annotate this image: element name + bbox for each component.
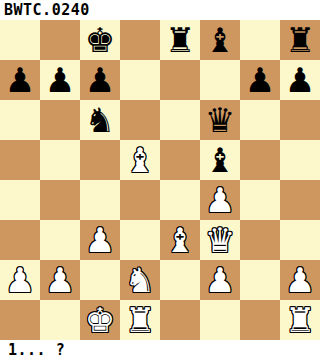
piece-black-rook[interactable]: ♜ bbox=[165, 20, 195, 60]
square-f7[interactable] bbox=[200, 60, 240, 100]
square-e6[interactable] bbox=[160, 100, 200, 140]
square-g6[interactable] bbox=[240, 100, 280, 140]
square-h7[interactable]: ♟ bbox=[280, 60, 320, 100]
square-d2[interactable]: ♞ bbox=[120, 260, 160, 300]
piece-black-pawn[interactable]: ♟ bbox=[85, 60, 115, 100]
square-e1[interactable] bbox=[160, 300, 200, 340]
piece-black-pawn[interactable]: ♟ bbox=[285, 60, 315, 100]
square-c4[interactable] bbox=[80, 180, 120, 220]
square-g1[interactable] bbox=[240, 300, 280, 340]
square-d1[interactable]: ♜ bbox=[120, 300, 160, 340]
square-e2[interactable] bbox=[160, 260, 200, 300]
square-e8[interactable]: ♜ bbox=[160, 20, 200, 60]
piece-white-pawn[interactable]: ♟ bbox=[205, 260, 235, 300]
square-g4[interactable] bbox=[240, 180, 280, 220]
square-h5[interactable] bbox=[280, 140, 320, 180]
square-c8[interactable]: ♚ bbox=[80, 20, 120, 60]
piece-black-king[interactable]: ♚ bbox=[85, 20, 115, 60]
square-g8[interactable] bbox=[240, 20, 280, 60]
square-a1[interactable] bbox=[0, 300, 40, 340]
square-h3[interactable] bbox=[280, 220, 320, 260]
square-a7[interactable]: ♟ bbox=[0, 60, 40, 100]
square-a4[interactable] bbox=[0, 180, 40, 220]
square-f4[interactable]: ♟ bbox=[200, 180, 240, 220]
square-d5[interactable]: ♝ bbox=[120, 140, 160, 180]
square-a3[interactable] bbox=[0, 220, 40, 260]
piece-black-pawn[interactable]: ♟ bbox=[45, 60, 75, 100]
square-f5[interactable]: ♝ bbox=[200, 140, 240, 180]
piece-black-queen[interactable]: ♛ bbox=[205, 100, 235, 140]
piece-black-knight[interactable]: ♞ bbox=[85, 100, 115, 140]
square-e7[interactable] bbox=[160, 60, 200, 100]
piece-white-pawn[interactable]: ♟ bbox=[45, 260, 75, 300]
piece-black-pawn[interactable]: ♟ bbox=[5, 60, 35, 100]
piece-white-pawn[interactable]: ♟ bbox=[5, 260, 35, 300]
square-h6[interactable] bbox=[280, 100, 320, 140]
square-h1[interactable]: ♜ bbox=[280, 300, 320, 340]
square-a8[interactable] bbox=[0, 20, 40, 60]
square-a5[interactable] bbox=[0, 140, 40, 180]
piece-white-rook[interactable]: ♜ bbox=[285, 300, 315, 340]
position-id: BWTC.0240 bbox=[0, 1, 90, 19]
square-c1[interactable]: ♚ bbox=[80, 300, 120, 340]
square-b5[interactable] bbox=[40, 140, 80, 180]
piece-white-rook[interactable]: ♜ bbox=[125, 300, 155, 340]
move-prompt: 1... ? bbox=[0, 341, 65, 359]
square-h8[interactable]: ♜ bbox=[280, 20, 320, 60]
header-bar: BWTC.0240 bbox=[0, 0, 320, 20]
square-a2[interactable]: ♟ bbox=[0, 260, 40, 300]
square-b7[interactable]: ♟ bbox=[40, 60, 80, 100]
square-g3[interactable] bbox=[240, 220, 280, 260]
square-h4[interactable] bbox=[280, 180, 320, 220]
square-b4[interactable] bbox=[40, 180, 80, 220]
square-b6[interactable] bbox=[40, 100, 80, 140]
square-d8[interactable] bbox=[120, 20, 160, 60]
square-b8[interactable] bbox=[40, 20, 80, 60]
square-g2[interactable] bbox=[240, 260, 280, 300]
square-b1[interactable] bbox=[40, 300, 80, 340]
square-c7[interactable]: ♟ bbox=[80, 60, 120, 100]
square-d4[interactable] bbox=[120, 180, 160, 220]
square-c3[interactable]: ♟ bbox=[80, 220, 120, 260]
square-g5[interactable] bbox=[240, 140, 280, 180]
piece-black-bishop[interactable]: ♝ bbox=[205, 140, 235, 180]
piece-white-bishop[interactable]: ♝ bbox=[125, 140, 155, 180]
piece-black-rook[interactable]: ♜ bbox=[285, 20, 315, 60]
piece-white-pawn[interactable]: ♟ bbox=[85, 220, 115, 260]
square-d7[interactable] bbox=[120, 60, 160, 100]
piece-white-knight[interactable]: ♞ bbox=[125, 260, 155, 300]
piece-black-bishop[interactable]: ♝ bbox=[205, 20, 235, 60]
square-c6[interactable]: ♞ bbox=[80, 100, 120, 140]
square-d3[interactable] bbox=[120, 220, 160, 260]
piece-white-bishop[interactable]: ♝ bbox=[165, 220, 195, 260]
footer-bar: 1... ? bbox=[0, 340, 320, 360]
square-f2[interactable]: ♟ bbox=[200, 260, 240, 300]
square-f8[interactable]: ♝ bbox=[200, 20, 240, 60]
square-e4[interactable] bbox=[160, 180, 200, 220]
square-e3[interactable]: ♝ bbox=[160, 220, 200, 260]
chess-board: ♚♜♝♜♟♟♟♟♟♞♛♝♝♟♟♝♛♟♟♞♟♟♚♜♜ bbox=[0, 20, 320, 340]
square-b2[interactable]: ♟ bbox=[40, 260, 80, 300]
square-a6[interactable] bbox=[0, 100, 40, 140]
piece-white-king[interactable]: ♚ bbox=[85, 300, 115, 340]
piece-white-pawn[interactable]: ♟ bbox=[205, 180, 235, 220]
square-f6[interactable]: ♛ bbox=[200, 100, 240, 140]
square-e5[interactable] bbox=[160, 140, 200, 180]
square-c5[interactable] bbox=[80, 140, 120, 180]
piece-white-pawn[interactable]: ♟ bbox=[285, 260, 315, 300]
square-b3[interactable] bbox=[40, 220, 80, 260]
square-f1[interactable] bbox=[200, 300, 240, 340]
square-f3[interactable]: ♛ bbox=[200, 220, 240, 260]
square-g7[interactable]: ♟ bbox=[240, 60, 280, 100]
square-d6[interactable] bbox=[120, 100, 160, 140]
square-c2[interactable] bbox=[80, 260, 120, 300]
piece-white-queen[interactable]: ♛ bbox=[205, 220, 235, 260]
piece-black-pawn[interactable]: ♟ bbox=[245, 60, 275, 100]
square-h2[interactable]: ♟ bbox=[280, 260, 320, 300]
